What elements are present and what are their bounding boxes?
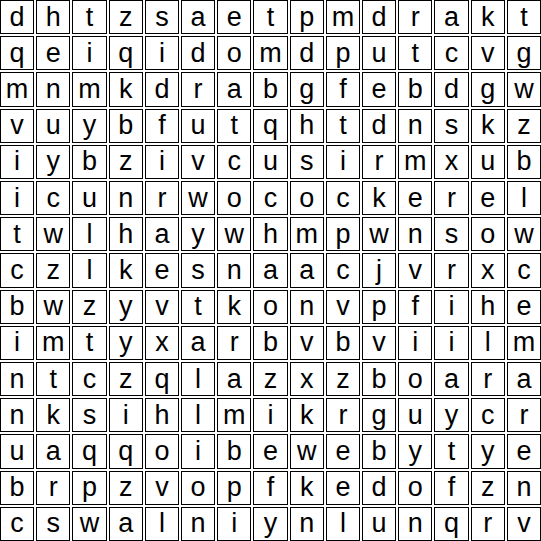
grid-cell[interactable]: i — [0, 181, 34, 215]
grid-cell[interactable]: w — [36, 217, 70, 251]
grid-cell[interactable]: f — [398, 290, 432, 324]
grid-cell[interactable]: b — [109, 109, 143, 143]
grid-cell[interactable]: r — [507, 398, 541, 432]
grid-cell[interactable]: q — [0, 36, 34, 70]
grid-cell[interactable]: x — [434, 145, 468, 179]
grid-cell[interactable]: q — [109, 434, 143, 468]
grid-cell[interactable]: m — [507, 326, 541, 360]
grid-cell[interactable]: n — [0, 398, 34, 432]
grid-cell[interactable]: e — [217, 0, 251, 34]
grid-cell[interactable]: l — [72, 253, 106, 287]
grid-cell[interactable]: v — [0, 109, 34, 143]
grid-cell[interactable]: q — [145, 362, 179, 396]
grid-cell[interactable]: e — [398, 181, 432, 215]
grid-cell[interactable]: t — [36, 362, 70, 396]
grid-cell[interactable]: b — [507, 145, 541, 179]
grid-cell[interactable]: t — [181, 290, 215, 324]
grid-cell[interactable]: v — [326, 290, 360, 324]
grid-cell[interactable]: p — [326, 217, 360, 251]
grid-cell[interactable]: l — [507, 181, 541, 215]
grid-cell[interactable]: z — [36, 253, 70, 287]
grid-cell[interactable]: t — [0, 217, 34, 251]
grid-cell[interactable]: d — [362, 109, 396, 143]
grid-cell[interactable]: x — [290, 362, 324, 396]
grid-cell[interactable]: l — [145, 507, 179, 541]
grid-cell[interactable]: c — [36, 181, 70, 215]
grid-cell[interactable]: u — [471, 145, 505, 179]
grid-cell[interactable]: w — [217, 217, 251, 251]
grid-cell[interactable]: u — [72, 181, 106, 215]
grid-cell[interactable]: z — [72, 290, 106, 324]
grid-cell[interactable]: y — [109, 326, 143, 360]
grid-cell[interactable]: s — [72, 398, 106, 432]
grid-cell[interactable]: i — [145, 36, 179, 70]
grid-cell[interactable]: o — [398, 362, 432, 396]
grid-cell[interactable]: w — [290, 434, 324, 468]
grid-cell[interactable]: a — [181, 326, 215, 360]
grid-cell[interactable]: w — [362, 217, 396, 251]
grid-cell[interactable]: c — [253, 181, 287, 215]
grid-cell[interactable]: o — [217, 36, 251, 70]
grid-cell[interactable]: i — [145, 145, 179, 179]
grid-cell[interactable]: f — [253, 471, 287, 505]
grid-cell[interactable]: c — [326, 253, 360, 287]
grid-cell[interactable]: t — [398, 36, 432, 70]
grid-cell[interactable]: v — [181, 145, 215, 179]
grid-cell[interactable]: t — [72, 0, 106, 34]
grid-cell[interactable]: e — [36, 36, 70, 70]
grid-cell[interactable]: a — [181, 0, 215, 34]
grid-cell[interactable]: u — [181, 109, 215, 143]
grid-cell[interactable]: z — [326, 362, 360, 396]
grid-cell[interactable]: i — [217, 507, 251, 541]
grid-cell[interactable]: h — [145, 398, 179, 432]
grid-cell[interactable]: b — [217, 434, 251, 468]
grid-cell[interactable]: m — [36, 326, 70, 360]
grid-cell[interactable]: n — [36, 72, 70, 106]
grid-cell[interactable]: t — [326, 109, 360, 143]
grid-cell[interactable]: r — [217, 326, 251, 360]
grid-cell[interactable]: b — [0, 290, 34, 324]
grid-cell[interactable]: k — [471, 109, 505, 143]
grid-cell[interactable]: e — [507, 290, 541, 324]
grid-cell[interactable]: a — [217, 72, 251, 106]
grid-cell[interactable]: y — [253, 507, 287, 541]
grid-cell[interactable]: v — [507, 507, 541, 541]
grid-cell[interactable]: p — [217, 471, 251, 505]
grid-cell[interactable]: h — [109, 217, 143, 251]
grid-cell[interactable]: e — [507, 434, 541, 468]
grid-cell[interactable]: h — [290, 109, 324, 143]
grid-cell[interactable]: s — [434, 217, 468, 251]
grid-cell[interactable]: b — [0, 471, 34, 505]
grid-cell[interactable]: r — [434, 181, 468, 215]
grid-cell[interactable]: a — [145, 217, 179, 251]
grid-cell[interactable]: r — [471, 362, 505, 396]
grid-cell[interactable]: k — [109, 253, 143, 287]
grid-cell[interactable]: n — [290, 290, 324, 324]
grid-cell[interactable]: y — [398, 434, 432, 468]
grid-cell[interactable]: l — [471, 326, 505, 360]
grid-cell[interactable]: i — [181, 434, 215, 468]
grid-cell[interactable]: w — [36, 290, 70, 324]
grid-cell[interactable]: t — [72, 326, 106, 360]
grid-cell[interactable]: n — [109, 181, 143, 215]
grid-cell[interactable]: s — [181, 253, 215, 287]
grid-cell[interactable]: t — [253, 0, 287, 34]
grid-cell[interactable]: i — [0, 326, 34, 360]
grid-cell[interactable]: n — [181, 507, 215, 541]
grid-cell[interactable]: p — [290, 0, 324, 34]
grid-cell[interactable]: o — [471, 217, 505, 251]
grid-cell[interactable]: m — [72, 72, 106, 106]
grid-cell[interactable]: w — [507, 72, 541, 106]
grid-cell[interactable]: d — [362, 0, 396, 34]
grid-cell[interactable]: d — [434, 72, 468, 106]
grid-cell[interactable]: u — [36, 109, 70, 143]
grid-cell[interactable]: r — [362, 145, 396, 179]
grid-cell[interactable]: r — [145, 181, 179, 215]
grid-cell[interactable]: n — [398, 217, 432, 251]
grid-cell[interactable]: a — [507, 362, 541, 396]
grid-cell[interactable]: h — [36, 0, 70, 34]
grid-cell[interactable]: c — [507, 253, 541, 287]
grid-cell[interactable]: v — [145, 471, 179, 505]
grid-cell[interactable]: q — [109, 36, 143, 70]
grid-cell[interactable]: c — [0, 253, 34, 287]
grid-cell[interactable]: b — [362, 434, 396, 468]
grid-cell[interactable]: a — [434, 0, 468, 34]
grid-cell[interactable]: b — [326, 326, 360, 360]
grid-cell[interactable]: m — [253, 36, 287, 70]
grid-cell[interactable]: r — [36, 471, 70, 505]
grid-cell[interactable]: i — [326, 145, 360, 179]
grid-cell[interactable]: p — [72, 471, 106, 505]
grid-cell[interactable]: i — [253, 398, 287, 432]
grid-cell[interactable]: a — [434, 362, 468, 396]
grid-cell[interactable]: o — [217, 181, 251, 215]
grid-cell[interactable]: b — [72, 145, 106, 179]
grid-cell[interactable]: e — [471, 181, 505, 215]
grid-cell[interactable]: d — [0, 0, 34, 34]
grid-cell[interactable]: o — [181, 471, 215, 505]
grid-cell[interactable]: i — [434, 326, 468, 360]
grid-cell[interactable]: l — [181, 362, 215, 396]
grid-cell[interactable]: k — [471, 0, 505, 34]
grid-cell[interactable]: e — [253, 434, 287, 468]
grid-cell[interactable]: d — [290, 36, 324, 70]
grid-cell[interactable]: w — [181, 181, 215, 215]
grid-cell[interactable]: z — [471, 471, 505, 505]
grid-cell[interactable]: n — [507, 471, 541, 505]
word-search-board: dhtzsaetpmdraktqeiqidomdputcvgmnmkdrabgf… — [0, 0, 541, 541]
grid-cell[interactable]: y — [72, 109, 106, 143]
grid-cell[interactable]: a — [217, 362, 251, 396]
grid-cell[interactable]: v — [398, 253, 432, 287]
grid-cell[interactable]: i — [72, 36, 106, 70]
grid-cell[interactable]: r — [434, 253, 468, 287]
grid-cell[interactable]: w — [507, 217, 541, 251]
grid-cell[interactable]: v — [145, 290, 179, 324]
grid-cell[interactable]: k — [217, 290, 251, 324]
grid-cell[interactable]: z — [109, 362, 143, 396]
grid-cell[interactable]: z — [253, 362, 287, 396]
grid-cell[interactable]: k — [290, 398, 324, 432]
grid-cell[interactable]: k — [36, 398, 70, 432]
grid-cell[interactable]: g — [290, 72, 324, 106]
grid-cell[interactable]: a — [290, 253, 324, 287]
grid-cell[interactable]: o — [253, 290, 287, 324]
grid-cell[interactable]: w — [72, 507, 106, 541]
grid-cell[interactable]: d — [362, 471, 396, 505]
grid-cell[interactable]: a — [36, 434, 70, 468]
grid-cell[interactable]: i — [398, 326, 432, 360]
grid-cell[interactable]: o — [290, 181, 324, 215]
grid-cell[interactable]: t — [434, 434, 468, 468]
grid-cell[interactable]: l — [326, 507, 360, 541]
grid-cell[interactable]: n — [290, 507, 324, 541]
grid-cell[interactable]: r — [398, 0, 432, 34]
grid-cell[interactable]: s — [290, 145, 324, 179]
grid-cell[interactable]: q — [72, 434, 106, 468]
grid-cell[interactable]: m — [0, 72, 34, 106]
grid-cell[interactable]: o — [398, 471, 432, 505]
grid-cell[interactable]: i — [109, 398, 143, 432]
grid-cell[interactable]: f — [145, 109, 179, 143]
grid-cell[interactable]: d — [181, 36, 215, 70]
grid-cell[interactable]: u — [398, 398, 432, 432]
grid-cell[interactable]: d — [145, 72, 179, 106]
grid-cell[interactable]: y — [434, 398, 468, 432]
grid-cell[interactable]: p — [362, 290, 396, 324]
grid-cell[interactable]: g — [471, 72, 505, 106]
grid-cell[interactable]: u — [253, 145, 287, 179]
grid-cell[interactable]: f — [434, 471, 468, 505]
grid-cell[interactable]: n — [0, 362, 34, 396]
grid-cell[interactable]: z — [109, 145, 143, 179]
grid-cell[interactable]: b — [253, 326, 287, 360]
grid-cell[interactable]: g — [507, 36, 541, 70]
grid-cell[interactable]: c — [471, 398, 505, 432]
grid-cell[interactable]: m — [290, 217, 324, 251]
grid-cell[interactable]: p — [326, 36, 360, 70]
grid-cell[interactable]: h — [471, 290, 505, 324]
grid-cell[interactable]: s — [36, 507, 70, 541]
grid-cell[interactable]: c — [434, 36, 468, 70]
grid-cell[interactable]: u — [0, 434, 34, 468]
grid-cell[interactable]: o — [145, 434, 179, 468]
grid-cell[interactable]: a — [109, 507, 143, 541]
word-search-grid: dhtzsaetpmdraktqeiqidomdputcvgmnmkdrabgf… — [0, 0, 541, 541]
grid-cell[interactable]: v — [471, 36, 505, 70]
grid-cell[interactable]: n — [217, 253, 251, 287]
grid-cell[interactable]: b — [253, 72, 287, 106]
grid-cell[interactable]: z — [109, 471, 143, 505]
grid-cell[interactable]: c — [72, 362, 106, 396]
grid-cell[interactable]: r — [181, 72, 215, 106]
grid-cell[interactable]: k — [290, 471, 324, 505]
grid-cell[interactable]: r — [326, 398, 360, 432]
grid-cell[interactable]: v — [362, 326, 396, 360]
grid-cell[interactable]: e — [362, 72, 396, 106]
grid-cell[interactable]: i — [0, 145, 34, 179]
grid-cell[interactable]: n — [398, 109, 432, 143]
grid-cell[interactable]: c — [0, 507, 34, 541]
grid-cell[interactable]: x — [145, 326, 179, 360]
grid-cell[interactable]: z — [507, 109, 541, 143]
grid-cell[interactable]: b — [398, 72, 432, 106]
grid-cell[interactable]: l — [181, 398, 215, 432]
grid-cell[interactable]: u — [362, 507, 396, 541]
grid-cell[interactable]: m — [398, 145, 432, 179]
grid-cell[interactable]: m — [217, 398, 251, 432]
grid-cell[interactable]: b — [362, 362, 396, 396]
grid-cell[interactable]: i — [434, 290, 468, 324]
grid-cell[interactable]: u — [362, 36, 396, 70]
grid-cell[interactable]: y — [36, 145, 70, 179]
grid-cell[interactable]: z — [109, 0, 143, 34]
grid-cell[interactable]: l — [72, 217, 106, 251]
grid-cell[interactable]: s — [145, 0, 179, 34]
grid-cell[interactable]: t — [217, 109, 251, 143]
grid-cell[interactable]: n — [398, 507, 432, 541]
grid-cell[interactable]: r — [471, 507, 505, 541]
grid-cell[interactable]: h — [253, 217, 287, 251]
grid-cell[interactable]: y — [471, 434, 505, 468]
grid-cell[interactable]: q — [434, 507, 468, 541]
grid-cell[interactable]: c — [326, 181, 360, 215]
grid-cell[interactable]: q — [253, 109, 287, 143]
grid-cell[interactable]: e — [326, 434, 360, 468]
grid-cell[interactable]: v — [290, 326, 324, 360]
grid-cell[interactable]: x — [471, 253, 505, 287]
grid-cell[interactable]: c — [217, 145, 251, 179]
grid-cell[interactable]: g — [362, 398, 396, 432]
grid-cell[interactable]: k — [109, 72, 143, 106]
grid-cell[interactable]: e — [145, 253, 179, 287]
grid-cell[interactable]: e — [326, 471, 360, 505]
grid-cell[interactable]: j — [362, 253, 396, 287]
grid-cell[interactable]: a — [253, 253, 287, 287]
grid-cell[interactable]: m — [326, 0, 360, 34]
grid-cell[interactable]: y — [181, 217, 215, 251]
grid-cell[interactable]: t — [507, 0, 541, 34]
grid-cell[interactable]: k — [362, 181, 396, 215]
grid-cell[interactable]: y — [109, 290, 143, 324]
grid-cell[interactable]: s — [434, 109, 468, 143]
grid-cell[interactable]: f — [326, 72, 360, 106]
